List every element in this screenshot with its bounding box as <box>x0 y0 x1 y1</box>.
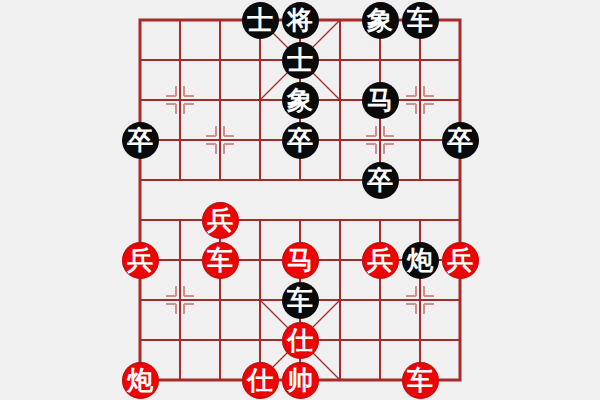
piece-black-chariot[interactable]: 车 <box>402 2 439 39</box>
piece-red-chariot[interactable]: 车 <box>202 242 239 279</box>
piece-black-advisor[interactable]: 士 <box>242 2 279 39</box>
xiangqi-board: 士将象车士象马卒卒卒卒兵兵车马兵炮兵车仕炮仕帅车 <box>0 0 600 400</box>
piece-black-soldier[interactable]: 卒 <box>362 162 399 199</box>
piece-red-general[interactable]: 帅 <box>282 362 319 399</box>
piece-black-cannon[interactable]: 炮 <box>402 242 439 279</box>
piece-black-soldier[interactable]: 卒 <box>122 122 159 159</box>
piece-red-soldier[interactable]: 兵 <box>202 202 239 239</box>
piece-red-horse[interactable]: 马 <box>282 242 319 279</box>
piece-black-advisor[interactable]: 士 <box>282 42 319 79</box>
piece-red-soldier[interactable]: 兵 <box>362 242 399 279</box>
piece-black-elephant[interactable]: 象 <box>362 2 399 39</box>
piece-red-soldier[interactable]: 兵 <box>442 242 479 279</box>
piece-red-advisor[interactable]: 仕 <box>242 362 279 399</box>
piece-red-advisor[interactable]: 仕 <box>282 322 319 359</box>
piece-red-soldier[interactable]: 兵 <box>122 242 159 279</box>
piece-black-elephant[interactable]: 象 <box>282 82 319 119</box>
piece-black-soldier[interactable]: 卒 <box>282 122 319 159</box>
piece-black-general[interactable]: 将 <box>282 2 319 39</box>
piece-black-soldier[interactable]: 卒 <box>442 122 479 159</box>
piece-black-horse[interactable]: 马 <box>362 82 399 119</box>
pieces-layer: 士将象车士象马卒卒卒卒兵兵车马兵炮兵车仕炮仕帅车 <box>0 0 600 400</box>
piece-red-chariot[interactable]: 车 <box>402 362 439 399</box>
piece-red-cannon[interactable]: 炮 <box>122 362 159 399</box>
piece-black-chariot[interactable]: 车 <box>282 282 319 319</box>
